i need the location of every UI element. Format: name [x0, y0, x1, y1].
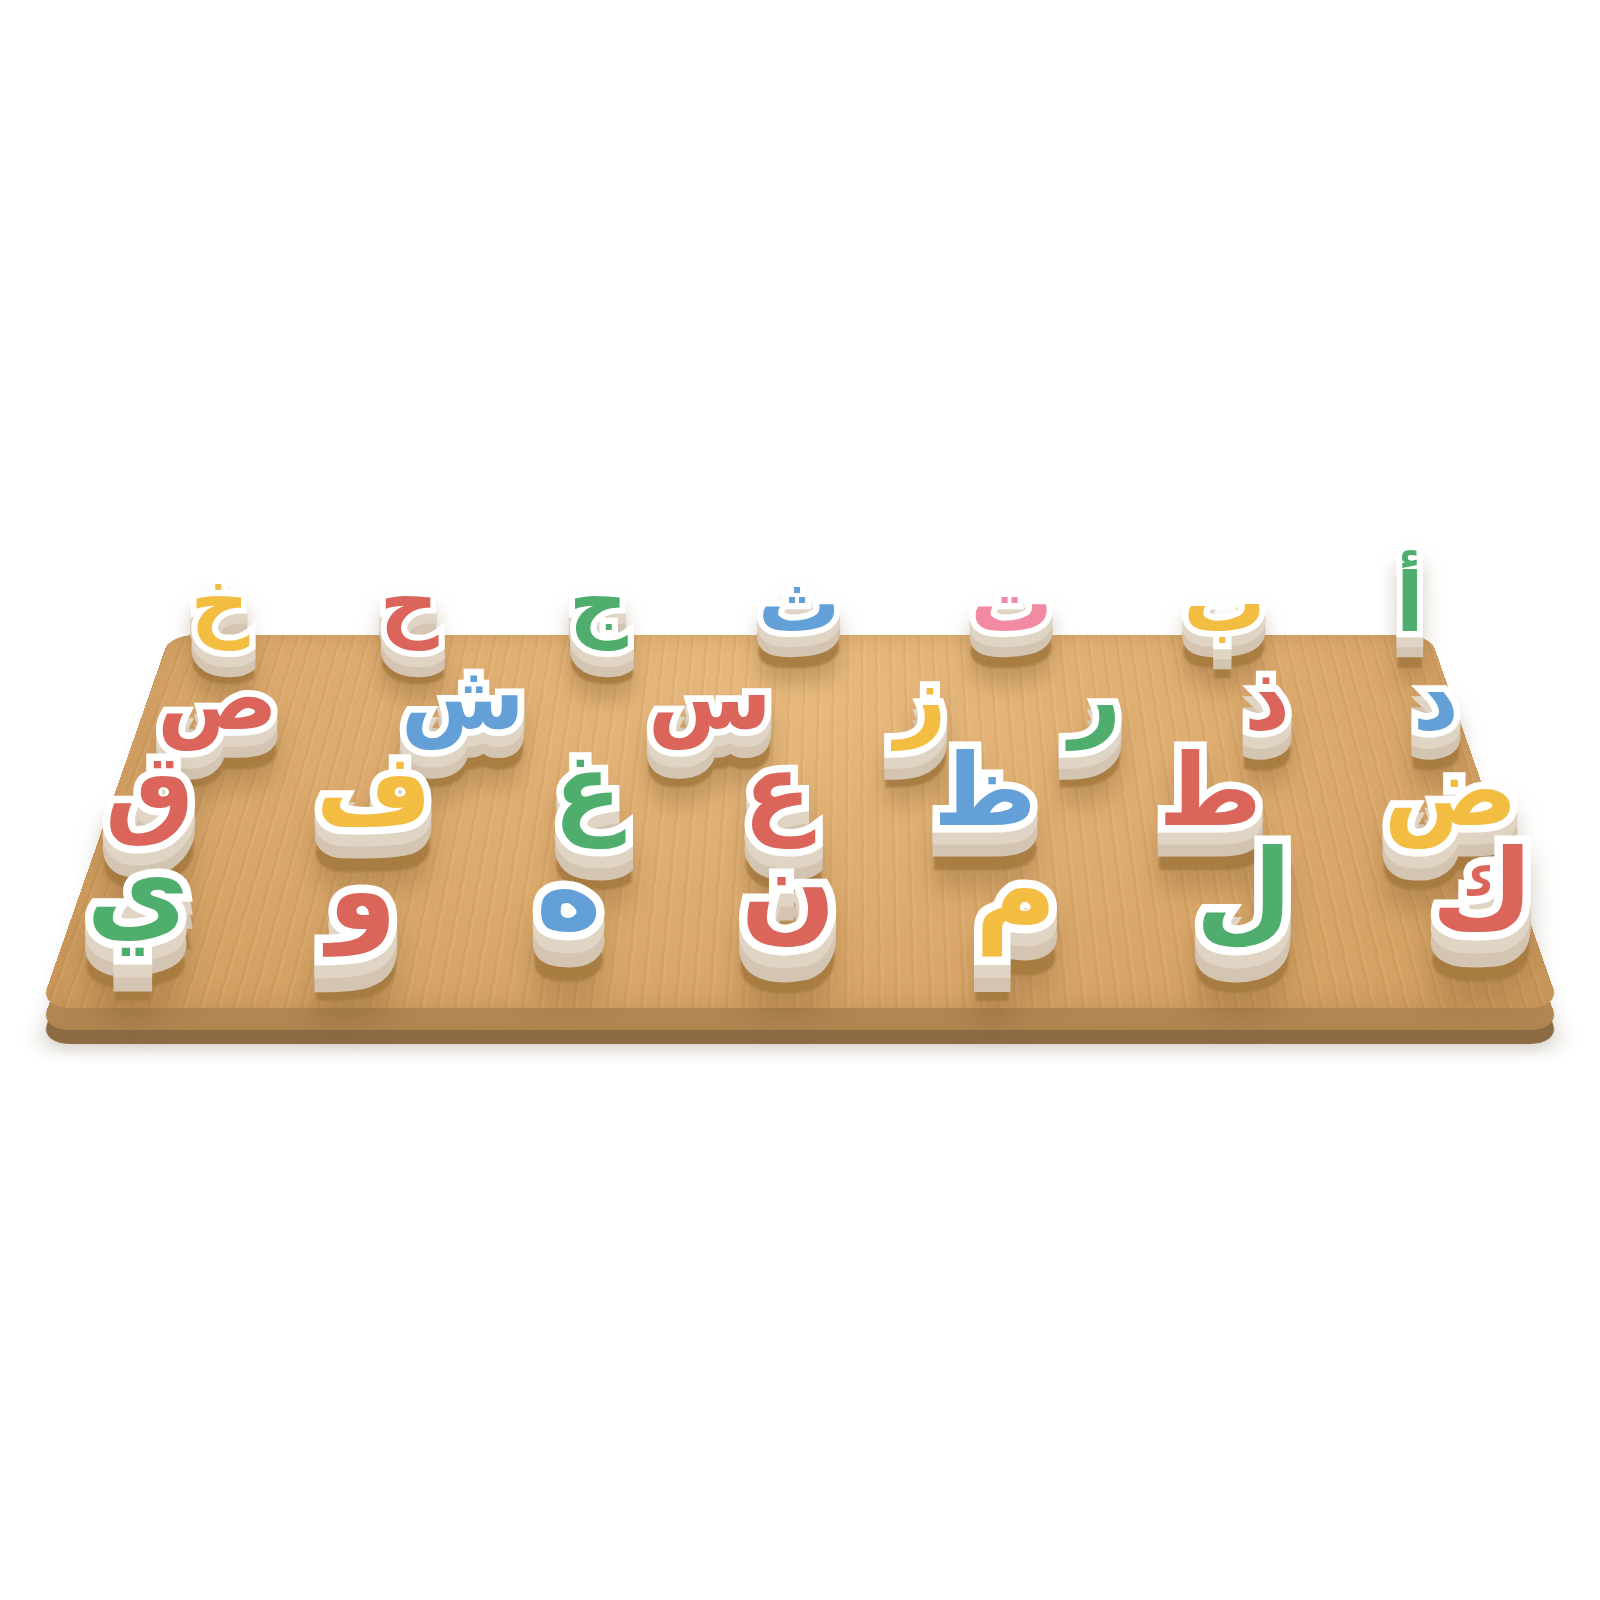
letter-glyph: خ — [190, 555, 249, 650]
piece-lam[interactable]: للللل — [1184, 820, 1304, 960]
letter-glyph: ث — [758, 555, 840, 650]
letter-glyph: م — [975, 825, 1057, 955]
letter-glyph: ت — [971, 555, 1053, 650]
product-photo: أأأأأبببببتتتتتثثثثثجججججحححححخخخخخددددد… — [0, 0, 1600, 1600]
letter-glyph: ج — [569, 555, 628, 650]
piece-mim[interactable]: ممممم — [963, 820, 1067, 960]
piece-ya[interactable]: ييييي — [75, 820, 200, 960]
letter-glyph: ل — [1195, 825, 1292, 955]
letter-glyph: ك — [1431, 825, 1534, 955]
letter-glyph: ه — [536, 825, 602, 955]
piece-hha[interactable]: ححححح — [371, 552, 446, 655]
piece-kha[interactable]: خخخخخ — [182, 552, 257, 655]
letter-glyph: ن — [740, 825, 836, 955]
piece-jim[interactable]: ججججج — [561, 552, 636, 655]
piece-ba[interactable]: ببببب — [1175, 552, 1274, 655]
piece-ta[interactable]: تتتتت — [962, 552, 1061, 655]
piece-waw[interactable]: ووووو — [316, 820, 408, 960]
piece-heh[interactable]: ههههه — [525, 820, 614, 960]
letter-glyph: و — [327, 825, 397, 955]
piece-nun[interactable]: ننننن — [729, 820, 847, 960]
piece-alif[interactable]: أأأأأ — [1388, 552, 1432, 655]
piece-kaf[interactable]: ككككك — [1420, 820, 1545, 960]
puzzle-row-4: كككككلللللمممممنننننهههههوووووييييي — [75, 820, 1545, 960]
letter-glyph: ي — [86, 825, 189, 955]
letter-glyph: ب — [1183, 555, 1265, 650]
puzzle-row-1: أأأأأبببببتتتتتثثثثثجججججحححححخخخخخ — [182, 552, 1432, 655]
letter-glyph: أ — [1396, 555, 1424, 650]
letter-glyph: ح — [379, 555, 438, 650]
piece-tha[interactable]: ثثثثث — [750, 552, 849, 655]
